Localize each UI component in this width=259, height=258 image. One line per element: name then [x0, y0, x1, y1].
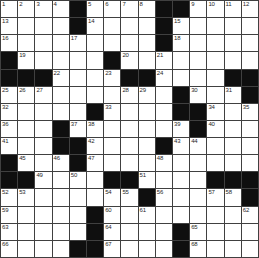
cell-r13c5[interactable]: [70, 207, 86, 223]
cell-r5c7[interactable]: 23: [104, 70, 120, 86]
black-cell-r10c1: [1, 155, 17, 171]
clue-number-50: 50: [71, 172, 77, 179]
black-cell-r11c15: [242, 172, 258, 188]
black-cell-r15c11: [173, 241, 189, 257]
cell-r9c3[interactable]: [35, 138, 51, 154]
cell-r6c13[interactable]: [207, 87, 223, 103]
cell-r9c1[interactable]: 41: [1, 138, 17, 154]
clue-number-22: 22: [54, 70, 60, 77]
cell-r14c5[interactable]: [70, 224, 86, 240]
cell-r12c13[interactable]: 57: [207, 189, 223, 205]
cell-r10c2[interactable]: 45: [18, 155, 34, 171]
cell-r13c14[interactable]: [225, 207, 241, 223]
cell-r6c14[interactable]: 31: [225, 87, 241, 103]
cell-r9c9[interactable]: [139, 138, 155, 154]
cell-r1c15[interactable]: 12: [242, 1, 258, 17]
cell-r13c4[interactable]: [53, 207, 69, 223]
clue-number-63: 63: [2, 224, 8, 231]
clue-number-47: 47: [88, 155, 94, 162]
black-cell-r14c11: [173, 224, 189, 240]
cell-r14c7[interactable]: 64: [104, 224, 120, 240]
cell-r15c9[interactable]: [139, 241, 155, 257]
black-cell-r11c14: [225, 172, 241, 188]
clue-number-26: 26: [19, 87, 25, 94]
clue-number-10: 10: [208, 1, 214, 8]
clue-number-68: 68: [191, 241, 197, 248]
cell-r1c4[interactable]: 4: [53, 1, 69, 17]
cell-r10c14[interactable]: [225, 155, 241, 171]
black-cell-r7c12: [190, 104, 206, 120]
cell-r14c13[interactable]: [207, 224, 223, 240]
clue-number-45: 45: [19, 155, 25, 162]
cell-r2c3[interactable]: [35, 18, 51, 34]
cell-r7c3[interactable]: [35, 104, 51, 120]
cell-r3c5[interactable]: 17: [70, 35, 86, 51]
cell-r10c13[interactable]: [207, 155, 223, 171]
black-cell-r3c10: [156, 35, 172, 51]
cell-r4c2[interactable]: 19: [18, 52, 34, 68]
cell-r2c9[interactable]: [139, 18, 155, 34]
clue-number-4: 4: [54, 1, 57, 8]
cell-r6c1[interactable]: 25: [1, 87, 17, 103]
cell-r15c8[interactable]: [121, 241, 137, 257]
cell-r12c6[interactable]: [87, 189, 103, 205]
cell-r3c14[interactable]: [225, 35, 241, 51]
clue-number-24: 24: [157, 70, 163, 77]
clue-number-46: 46: [54, 155, 60, 162]
cell-r3c6[interactable]: [87, 35, 103, 51]
cell-r3c11[interactable]: 18: [173, 35, 189, 51]
clue-number-12: 12: [243, 1, 249, 8]
cell-r11c6[interactable]: [87, 172, 103, 188]
cell-r8c7[interactable]: [104, 121, 120, 137]
clue-number-28: 28: [122, 87, 128, 94]
cell-r7c7[interactable]: 33: [104, 104, 120, 120]
cell-r15c7[interactable]: 67: [104, 241, 120, 257]
clue-number-11: 11: [226, 1, 232, 8]
cell-r1c2[interactable]: 2: [18, 1, 34, 17]
black-cell-r6c15: [242, 87, 258, 103]
cell-r12c2[interactable]: 53: [18, 189, 34, 205]
black-cell-r4c1: [1, 52, 17, 68]
clue-number-8: 8: [140, 1, 143, 8]
cell-r13c9[interactable]: 61: [139, 207, 155, 223]
cell-r8c1[interactable]: 36: [1, 121, 17, 137]
clue-number-36: 36: [2, 121, 8, 128]
cell-r12c8[interactable]: 55: [121, 189, 137, 205]
cell-r8c13[interactable]: 40: [207, 121, 223, 137]
cell-r7c13[interactable]: 34: [207, 104, 223, 120]
cell-r10c4[interactable]: 46: [53, 155, 69, 171]
cell-r10c7[interactable]: [104, 155, 120, 171]
black-cell-r5c9: [139, 70, 155, 86]
cell-r5c5[interactable]: [70, 70, 86, 86]
clue-number-53: 53: [19, 189, 25, 196]
cell-r12c5[interactable]: [70, 189, 86, 205]
crossword-grid: 1234567891011121314151617181920212223242…: [0, 0, 259, 258]
cell-r3c9[interactable]: [139, 35, 155, 51]
cell-r4c10[interactable]: 21: [156, 52, 172, 68]
cell-r6c8[interactable]: 28: [121, 87, 137, 103]
cell-r8c5[interactable]: 37: [70, 121, 86, 137]
cell-r12c7[interactable]: 54: [104, 189, 120, 205]
cell-r12c10[interactable]: 56: [156, 189, 172, 205]
cell-r7c15[interactable]: 35: [242, 104, 258, 120]
clue-number-9: 9: [191, 1, 194, 8]
clue-number-48: 48: [157, 155, 163, 162]
black-cell-r5c1: [1, 70, 17, 86]
clue-number-3: 3: [36, 1, 39, 8]
cell-r10c11[interactable]: [173, 155, 189, 171]
cell-r11c12[interactable]: [190, 172, 206, 188]
clue-number-2: 2: [19, 1, 22, 8]
cell-r2c6[interactable]: 14: [87, 18, 103, 34]
cell-r1c3[interactable]: 3: [35, 1, 51, 17]
cell-r6c9[interactable]: 29: [139, 87, 155, 103]
black-cell-r10c5: [70, 155, 86, 171]
cell-r1c8[interactable]: 7: [121, 1, 137, 17]
cell-r12c14[interactable]: 58: [225, 189, 241, 205]
black-cell-r4c7: [104, 52, 120, 68]
cell-r11c5[interactable]: 50: [70, 172, 86, 188]
cell-r9c7[interactable]: [104, 138, 120, 154]
cell-r13c3[interactable]: [35, 207, 51, 223]
black-cell-r11c7: [104, 172, 120, 188]
clue-number-65: 65: [191, 224, 197, 231]
cell-r2c12[interactable]: [190, 18, 206, 34]
clue-number-13: 13: [2, 18, 8, 25]
clue-number-30: 30: [191, 87, 197, 94]
cell-r1c12[interactable]: 9: [190, 1, 206, 17]
clue-number-15: 15: [174, 18, 180, 25]
cell-r11c11[interactable]: [173, 172, 189, 188]
cell-r6c2[interactable]: 26: [18, 87, 34, 103]
clue-number-43: 43: [174, 138, 180, 145]
cell-r4c6[interactable]: [87, 52, 103, 68]
cell-r15c13[interactable]: [207, 241, 223, 257]
cell-r7c8[interactable]: [121, 104, 137, 120]
cell-r9c8[interactable]: [121, 138, 137, 154]
black-cell-r11c2: [18, 172, 34, 188]
clue-number-66: 66: [2, 241, 8, 248]
black-cell-r2c10: [156, 18, 172, 34]
black-cell-r7c11: [173, 104, 189, 120]
clue-number-23: 23: [105, 70, 111, 77]
cell-r7c2[interactable]: [18, 104, 34, 120]
cell-r15c1[interactable]: 66: [1, 241, 17, 257]
black-cell-r5c8: [121, 70, 137, 86]
cell-r14c2[interactable]: [18, 224, 34, 240]
clue-number-14: 14: [88, 18, 94, 25]
cell-r9c11[interactable]: 43: [173, 138, 189, 154]
black-cell-r8c4: [53, 121, 69, 137]
cell-r7c5[interactable]: [70, 104, 86, 120]
black-cell-r12c9: [139, 189, 155, 205]
cell-r8c6[interactable]: 38: [87, 121, 103, 137]
cell-r2c4[interactable]: [53, 18, 69, 34]
cell-r3c2[interactable]: [18, 35, 34, 51]
cell-r2c13[interactable]: [207, 18, 223, 34]
cell-r14c12[interactable]: 65: [190, 224, 206, 240]
cell-r5c12[interactable]: [190, 70, 206, 86]
cell-r10c10[interactable]: 48: [156, 155, 172, 171]
cell-r11c10[interactable]: [156, 172, 172, 188]
clue-number-59: 59: [2, 207, 8, 214]
clue-number-5: 5: [88, 1, 91, 8]
black-cell-r11c13: [207, 172, 223, 188]
cell-r12c1[interactable]: 52: [1, 189, 17, 205]
cell-r6c6[interactable]: [87, 87, 103, 103]
cell-r3c7[interactable]: [104, 35, 120, 51]
cell-r2c7[interactable]: [104, 18, 120, 34]
black-cell-r2c5: [70, 18, 86, 34]
cell-r15c3[interactable]: [35, 241, 51, 257]
cell-r4c4[interactable]: [53, 52, 69, 68]
clue-number-33: 33: [105, 104, 111, 111]
cell-r3c12[interactable]: [190, 35, 206, 51]
cell-r14c1[interactable]: 63: [1, 224, 17, 240]
black-cell-r15c5: [70, 241, 86, 257]
cell-r10c12[interactable]: [190, 155, 206, 171]
cell-r5c13[interactable]: [207, 70, 223, 86]
clue-number-19: 19: [19, 52, 25, 59]
cell-r2c11[interactable]: 15: [173, 18, 189, 34]
cell-r13c11[interactable]: [173, 207, 189, 223]
cell-r8c8[interactable]: [121, 121, 137, 137]
cell-r3c13[interactable]: [207, 35, 223, 51]
cell-r14c4[interactable]: [53, 224, 69, 240]
cell-r14c9[interactable]: [139, 224, 155, 240]
cell-r14c8[interactable]: [121, 224, 137, 240]
cell-r10c9[interactable]: [139, 155, 155, 171]
cell-r6c4[interactable]: [53, 87, 69, 103]
cell-r9c14[interactable]: [225, 138, 241, 154]
black-cell-r1c10: [156, 1, 172, 17]
black-cell-r7c6: [87, 104, 103, 120]
cell-r14c10[interactable]: [156, 224, 172, 240]
cell-r4c9[interactable]: [139, 52, 155, 68]
cell-r10c8[interactable]: [121, 155, 137, 171]
clue-number-51: 51: [140, 172, 146, 179]
cell-r8c2[interactable]: [18, 121, 34, 137]
black-cell-r14c6: [87, 224, 103, 240]
cell-r5c6[interactable]: [87, 70, 103, 86]
clue-number-35: 35: [243, 104, 249, 111]
cell-r8c14[interactable]: [225, 121, 241, 137]
clue-number-20: 20: [122, 52, 128, 59]
clue-number-62: 62: [243, 207, 249, 214]
cell-r9c6[interactable]: 42: [87, 138, 103, 154]
cell-r13c13[interactable]: [207, 207, 223, 223]
clue-number-49: 49: [36, 172, 42, 179]
cell-r7c4[interactable]: [53, 104, 69, 120]
clue-number-32: 32: [2, 104, 8, 111]
cell-r14c14[interactable]: [225, 224, 241, 240]
clue-number-54: 54: [105, 189, 111, 196]
cell-r2c14[interactable]: [225, 18, 241, 34]
cell-r3c8[interactable]: [121, 35, 137, 51]
clue-number-29: 29: [140, 87, 146, 94]
clue-number-44: 44: [191, 138, 197, 145]
cell-r11c3[interactable]: 49: [35, 172, 51, 188]
cell-r7c14[interactable]: [225, 104, 241, 120]
cell-r8c3[interactable]: [35, 121, 51, 137]
cell-r10c3[interactable]: [35, 155, 51, 171]
cell-r3c4[interactable]: [53, 35, 69, 51]
cell-r6c5[interactable]: [70, 87, 86, 103]
cell-r9c2[interactable]: [18, 138, 34, 154]
clue-number-31: 31: [226, 87, 232, 94]
cell-r4c12[interactable]: [190, 52, 206, 68]
black-cell-r5c14: [225, 70, 241, 86]
cell-r2c8[interactable]: [121, 18, 137, 34]
cell-r3c15[interactable]: [242, 35, 258, 51]
cell-r4c11[interactable]: [173, 52, 189, 68]
cell-r5c11[interactable]: [173, 70, 189, 86]
cell-r4c15[interactable]: [242, 52, 258, 68]
clue-number-21: 21: [157, 52, 163, 59]
clue-number-27: 27: [36, 87, 42, 94]
clue-number-42: 42: [88, 138, 94, 145]
cell-r15c15[interactable]: [242, 241, 258, 257]
black-cell-r5c15: [242, 70, 258, 86]
cell-r13c7[interactable]: 60: [104, 207, 120, 223]
cell-r15c14[interactable]: [225, 241, 241, 257]
cell-r1c1[interactable]: 1: [1, 1, 17, 17]
clue-number-55: 55: [122, 189, 128, 196]
clue-number-52: 52: [2, 189, 8, 196]
black-cell-r11c1: [1, 172, 17, 188]
cell-r11c9[interactable]: 51: [139, 172, 155, 188]
cell-r10c6[interactable]: 47: [87, 155, 103, 171]
black-cell-r5c2: [18, 70, 34, 86]
clue-number-61: 61: [140, 207, 146, 214]
cell-r5c10[interactable]: 24: [156, 70, 172, 86]
cell-r2c2[interactable]: [18, 18, 34, 34]
cell-r5c4[interactable]: 22: [53, 70, 69, 86]
cell-r4c13[interactable]: [207, 52, 223, 68]
clue-number-37: 37: [71, 121, 77, 128]
clue-number-40: 40: [208, 121, 214, 128]
cell-r7c1[interactable]: 32: [1, 104, 17, 120]
black-cell-r1c5: [70, 1, 86, 17]
black-cell-r12c15: [242, 189, 258, 205]
black-cell-r5c3: [35, 70, 51, 86]
black-cell-r8c12: [190, 121, 206, 137]
cell-r10c15[interactable]: [242, 155, 258, 171]
cell-r11c4[interactable]: [53, 172, 69, 188]
cell-r6c3[interactable]: 27: [35, 87, 51, 103]
clue-number-25: 25: [2, 87, 8, 94]
cell-r13c15[interactable]: 62: [242, 207, 258, 223]
black-cell-r6c11: [173, 87, 189, 103]
clue-number-67: 67: [105, 241, 111, 248]
cell-r13c1[interactable]: 59: [1, 207, 17, 223]
black-cell-r11c8: [121, 172, 137, 188]
cell-r13c8[interactable]: [121, 207, 137, 223]
clue-number-38: 38: [88, 121, 94, 128]
cell-r7c10[interactable]: [156, 104, 172, 120]
cell-r12c12[interactable]: [190, 189, 206, 205]
cell-r12c3[interactable]: [35, 189, 51, 205]
cell-r12c11[interactable]: [173, 189, 189, 205]
cell-r8c10[interactable]: [156, 121, 172, 137]
black-cell-r9c4: [53, 138, 69, 154]
cell-r15c12[interactable]: 68: [190, 241, 206, 257]
black-cell-r13c6: [87, 207, 103, 223]
cell-r4c5[interactable]: [70, 52, 86, 68]
clue-number-17: 17: [71, 35, 77, 42]
cell-r6c12[interactable]: 30: [190, 87, 206, 103]
clue-number-58: 58: [226, 189, 232, 196]
cell-r14c3[interactable]: [35, 224, 51, 240]
cell-r4c3[interactable]: [35, 52, 51, 68]
cell-r1c14[interactable]: 11: [225, 1, 241, 17]
cell-r1c9[interactable]: 8: [139, 1, 155, 17]
cell-r4c8[interactable]: 20: [121, 52, 137, 68]
cell-r2c15[interactable]: [242, 18, 258, 34]
cell-r9c13[interactable]: [207, 138, 223, 154]
clue-number-60: 60: [105, 207, 111, 214]
clue-number-56: 56: [157, 189, 163, 196]
cell-r13c10[interactable]: [156, 207, 172, 223]
clue-number-16: 16: [2, 35, 8, 42]
cell-r3c3[interactable]: [35, 35, 51, 51]
cell-r9c12[interactable]: 44: [190, 138, 206, 154]
cell-r1c7[interactable]: 6: [104, 1, 120, 17]
cell-r8c11[interactable]: 39: [173, 121, 189, 137]
cell-r2c1[interactable]: 13: [1, 18, 17, 34]
clue-number-1: 1: [2, 1, 5, 8]
cell-r4c14[interactable]: [225, 52, 241, 68]
cell-r3c1[interactable]: 16: [1, 35, 17, 51]
clue-number-57: 57: [208, 189, 214, 196]
cell-r6c10[interactable]: [156, 87, 172, 103]
cell-r8c15[interactable]: [242, 121, 258, 137]
cell-r9c15[interactable]: [242, 138, 258, 154]
cell-r13c12[interactable]: [190, 207, 206, 223]
clue-number-7: 7: [122, 1, 125, 8]
clue-number-64: 64: [105, 224, 111, 231]
cell-r14c15[interactable]: [242, 224, 258, 240]
black-cell-r1c11: [173, 1, 189, 17]
clue-number-6: 6: [105, 1, 108, 8]
cell-r1c13[interactable]: 10: [207, 1, 223, 17]
cell-r1c6[interactable]: 5: [87, 1, 103, 17]
clue-number-39: 39: [174, 121, 180, 128]
black-cell-r9c10: [156, 138, 172, 154]
clue-number-41: 41: [2, 138, 8, 145]
black-cell-r15c6: [87, 241, 103, 257]
cell-r13c2[interactable]: [18, 207, 34, 223]
clue-number-18: 18: [174, 35, 180, 42]
cell-r12c4[interactable]: [53, 189, 69, 205]
cell-r15c10[interactable]: [156, 241, 172, 257]
cell-r7c9[interactable]: [139, 104, 155, 120]
cell-r8c9[interactable]: [139, 121, 155, 137]
cell-r6c7[interactable]: [104, 87, 120, 103]
cell-r15c2[interactable]: [18, 241, 34, 257]
cell-r15c4[interactable]: [53, 241, 69, 257]
black-cell-r9c5: [70, 138, 86, 154]
clue-number-34: 34: [208, 104, 214, 111]
